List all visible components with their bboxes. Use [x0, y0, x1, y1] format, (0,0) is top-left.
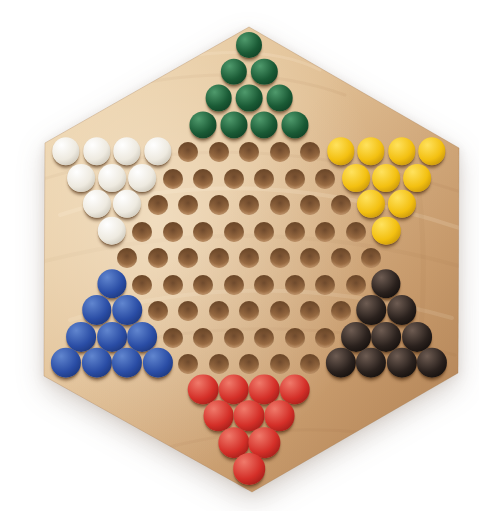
board-row-2: [49, 86, 449, 113]
marble-yellow[interactable]: [327, 137, 354, 164]
hole-r5-c7[interactable]: [280, 166, 311, 193]
hole-r11-c10[interactable]: [371, 325, 402, 352]
hole-r12-c3[interactable]: [142, 351, 173, 378]
hole-r8-c0[interactable]: [112, 245, 143, 272]
board-hole: [117, 248, 137, 268]
board-row-8: [49, 245, 449, 272]
marble-green[interactable]: [236, 32, 262, 58]
hole-r12-c6[interactable]: [234, 351, 265, 378]
hole-r4-c3[interactable]: [142, 139, 173, 166]
board-hole: [300, 354, 320, 374]
marble-blue[interactable]: [97, 322, 127, 352]
marble-blue[interactable]: [142, 348, 172, 378]
hole-r12-c4[interactable]: [173, 351, 204, 378]
hole-r3-c3[interactable]: [280, 113, 311, 140]
marble-green[interactable]: [220, 111, 247, 138]
board-hole: [331, 301, 351, 321]
board-hole: [361, 248, 381, 268]
hole-r11-c5[interactable]: [219, 325, 250, 352]
board-hole: [239, 354, 259, 374]
marble-yellow[interactable]: [357, 190, 385, 218]
hole-r9-c8[interactable]: [341, 272, 372, 299]
hole-r10-c3[interactable]: [173, 298, 204, 325]
hole-r4-c4[interactable]: [173, 139, 204, 166]
hole-r7-c2[interactable]: [158, 219, 189, 246]
hole-r6-c9[interactable]: [356, 192, 387, 219]
hole-r5-c5[interactable]: [219, 166, 250, 193]
hole-r7-c6[interactable]: [280, 219, 311, 246]
hole-r4-c0[interactable]: [51, 139, 82, 166]
hole-r9-c1[interactable]: [127, 272, 158, 299]
board-hole: [193, 275, 213, 295]
board-hole: [209, 195, 229, 215]
board-hole: [163, 275, 183, 295]
board-row-4: [49, 139, 449, 166]
hole-r6-c3[interactable]: [173, 192, 204, 219]
marble-black[interactable]: [356, 348, 386, 378]
marble-blue[interactable]: [97, 269, 126, 298]
hole-r7-c9[interactable]: [371, 219, 402, 246]
hole-r2-c1[interactable]: [234, 86, 265, 113]
board-hole: [254, 222, 274, 242]
board-hole: [315, 222, 335, 242]
hole-r12-c1[interactable]: [81, 351, 112, 378]
board-row-14: [49, 404, 449, 431]
marble-yellow[interactable]: [388, 137, 415, 164]
board-hole: [270, 354, 290, 374]
board-hole: [209, 354, 229, 374]
hole-r6-c1[interactable]: [112, 192, 143, 219]
hole-r12-c9[interactable]: [325, 351, 356, 378]
marble-yellow[interactable]: [342, 164, 370, 192]
hole-r2-c2[interactable]: [264, 86, 295, 113]
marble-green[interactable]: [205, 85, 232, 112]
hole-r9-c9[interactable]: [371, 272, 402, 299]
board-hole: [254, 169, 274, 189]
hole-r4-c2[interactable]: [112, 139, 143, 166]
board-hole: [148, 195, 168, 215]
board-hole: [209, 142, 229, 162]
hole-r10-c10[interactable]: [386, 298, 417, 325]
hole-r11-c1[interactable]: [97, 325, 128, 352]
hole-r5-c8[interactable]: [310, 166, 341, 193]
board-hole: [224, 169, 244, 189]
hole-r4-c7[interactable]: [264, 139, 295, 166]
board-hole: [300, 195, 320, 215]
hole-r8-c6[interactable]: [295, 245, 326, 272]
hole-r7-c0[interactable]: [97, 219, 128, 246]
hole-r4-c12[interactable]: [417, 139, 448, 166]
hole-r3-c2[interactable]: [249, 113, 280, 140]
hole-r9-c4[interactable]: [219, 272, 250, 299]
hole-r10-c4[interactable]: [203, 298, 234, 325]
board-hole: [285, 169, 305, 189]
board-hole: [254, 275, 274, 295]
board-row-9: [49, 272, 449, 299]
board-row-7: [49, 219, 449, 246]
marble-black[interactable]: [371, 322, 401, 352]
hole-r5-c11[interactable]: [402, 166, 433, 193]
hole-r9-c2[interactable]: [158, 272, 189, 299]
hole-r10-c2[interactable]: [142, 298, 173, 325]
board-hole: [209, 301, 229, 321]
marble-yellow[interactable]: [372, 164, 400, 192]
board-hole: [224, 275, 244, 295]
marble-white[interactable]: [82, 190, 110, 218]
board-hole: [270, 195, 290, 215]
marble-yellow[interactable]: [372, 216, 400, 244]
hole-r13-c3[interactable]: [280, 378, 311, 405]
hole-r11-c4[interactable]: [188, 325, 219, 352]
hole-r8-c3[interactable]: [203, 245, 234, 272]
hole-r10-c5[interactable]: [234, 298, 265, 325]
marble-blue[interactable]: [112, 295, 142, 325]
hole-r6-c10[interactable]: [386, 192, 417, 219]
board-hole: [178, 354, 198, 374]
board-hole: [193, 169, 213, 189]
marble-white[interactable]: [52, 137, 79, 164]
marble-yellow[interactable]: [418, 137, 445, 164]
hole-r0-c0[interactable]: [234, 33, 265, 60]
hole-r9-c0[interactable]: [97, 272, 128, 299]
marble-black[interactable]: [417, 348, 447, 378]
board-row-0: [49, 33, 449, 60]
board-hole: [315, 275, 335, 295]
hole-r12-c0[interactable]: [51, 351, 82, 378]
board-hole: [209, 248, 229, 268]
marble-blue[interactable]: [51, 348, 81, 378]
hole-r6-c7[interactable]: [295, 192, 326, 219]
marble-black[interactable]: [386, 348, 416, 378]
board-hole: [178, 248, 198, 268]
board-hole: [300, 301, 320, 321]
hole-r1-c0[interactable]: [219, 60, 250, 87]
marble-white[interactable]: [98, 216, 126, 244]
board-hole: [224, 222, 244, 242]
hole-r8-c4[interactable]: [234, 245, 265, 272]
board-hole: [178, 301, 198, 321]
hole-r4-c5[interactable]: [203, 139, 234, 166]
board-hole: [193, 222, 213, 242]
hole-r10-c9[interactable]: [356, 298, 387, 325]
board-hole: [132, 222, 152, 242]
marble-green[interactable]: [251, 59, 277, 85]
hole-r10-c8[interactable]: [325, 298, 356, 325]
hole-r11-c8[interactable]: [310, 325, 341, 352]
marble-blue[interactable]: [127, 322, 157, 352]
board-hole: [285, 328, 305, 348]
board-hole: [163, 169, 183, 189]
hole-r6-c5[interactable]: [234, 192, 265, 219]
hole-r10-c7[interactable]: [295, 298, 326, 325]
marble-blue[interactable]: [66, 322, 96, 352]
hole-r6-c8[interactable]: [325, 192, 356, 219]
hole-r11-c9[interactable]: [341, 325, 372, 352]
board-grid: [49, 33, 449, 484]
marble-green[interactable]: [281, 111, 308, 138]
marble-black[interactable]: [341, 322, 371, 352]
board-hole: [239, 142, 259, 162]
hole-r8-c1[interactable]: [142, 245, 173, 272]
marble-black[interactable]: [387, 295, 417, 325]
hole-r5-c1[interactable]: [97, 166, 128, 193]
board-hole: [178, 142, 198, 162]
hole-r11-c3[interactable]: [158, 325, 189, 352]
hole-r6-c6[interactable]: [264, 192, 295, 219]
marble-white[interactable]: [128, 164, 156, 192]
hole-r7-c8[interactable]: [341, 219, 372, 246]
hole-r11-c2[interactable]: [127, 325, 158, 352]
board-hole: [254, 328, 274, 348]
board-hole: [285, 275, 305, 295]
marble-green[interactable]: [251, 111, 278, 138]
hole-r8-c8[interactable]: [356, 245, 387, 272]
hole-r9-c6[interactable]: [280, 272, 311, 299]
board-hole: [239, 248, 259, 268]
hole-r11-c6[interactable]: [249, 325, 280, 352]
hole-r4-c6[interactable]: [234, 139, 265, 166]
board-hole: [148, 248, 168, 268]
marble-green[interactable]: [190, 111, 217, 138]
board-hole: [331, 248, 351, 268]
board-row-1: [49, 60, 449, 87]
hole-r12-c5[interactable]: [203, 351, 234, 378]
hole-r4-c10[interactable]: [356, 139, 387, 166]
board-hole: [132, 275, 152, 295]
board-row-16: [49, 457, 449, 484]
board-hole: [163, 222, 183, 242]
board-hole: [346, 222, 366, 242]
board-hole: [193, 328, 213, 348]
hole-r11-c0[interactable]: [66, 325, 97, 352]
hole-r4-c11[interactable]: [386, 139, 417, 166]
hole-r16-c0[interactable]: [234, 457, 265, 484]
hole-r7-c7[interactable]: [310, 219, 341, 246]
hole-r3-c0[interactable]: [188, 113, 219, 140]
hole-r8-c7[interactable]: [325, 245, 356, 272]
marble-blue[interactable]: [112, 348, 142, 378]
hole-r9-c5[interactable]: [249, 272, 280, 299]
hole-r10-c1[interactable]: [112, 298, 143, 325]
hole-r2-c0[interactable]: [203, 86, 234, 113]
board-hole: [331, 195, 351, 215]
board-row-5: [49, 166, 449, 193]
hole-r8-c5[interactable]: [264, 245, 295, 272]
hole-r6-c2[interactable]: [142, 192, 173, 219]
hole-r5-c0[interactable]: [66, 166, 97, 193]
board-hole: [270, 248, 290, 268]
hole-r10-c0[interactable]: [81, 298, 112, 325]
hole-r8-c2[interactable]: [173, 245, 204, 272]
hole-r5-c4[interactable]: [188, 166, 219, 193]
marble-green[interactable]: [266, 85, 293, 112]
hole-r12-c7[interactable]: [264, 351, 295, 378]
board-row-10: [49, 298, 449, 325]
board-row-6: [49, 192, 449, 219]
hole-r5-c2[interactable]: [127, 166, 158, 193]
hole-r7-c5[interactable]: [249, 219, 280, 246]
hole-r4-c1[interactable]: [81, 139, 112, 166]
marble-yellow[interactable]: [357, 137, 384, 164]
marble-yellow[interactable]: [403, 164, 431, 192]
hole-r5-c6[interactable]: [249, 166, 280, 193]
hole-r14-c2[interactable]: [264, 404, 295, 431]
hole-r7-c3[interactable]: [188, 219, 219, 246]
hole-r5-c10[interactable]: [371, 166, 402, 193]
marble-black[interactable]: [372, 269, 401, 298]
board-hole: [270, 142, 290, 162]
board-hole: [148, 301, 168, 321]
hole-r7-c1[interactable]: [127, 219, 158, 246]
board-hole: [178, 195, 198, 215]
board-row-12: [49, 351, 449, 378]
marble-white[interactable]: [113, 137, 140, 164]
hole-r3-c1[interactable]: [219, 113, 250, 140]
hole-r5-c9[interactable]: [341, 166, 372, 193]
hole-r11-c7[interactable]: [280, 325, 311, 352]
board-hole: [285, 222, 305, 242]
board-hole: [163, 328, 183, 348]
marble-red[interactable]: [233, 453, 265, 485]
board-row-3: [49, 113, 449, 140]
hole-r4-c9[interactable]: [325, 139, 356, 166]
marble-green[interactable]: [236, 85, 263, 112]
hole-r12-c11[interactable]: [386, 351, 417, 378]
board-hole: [315, 169, 335, 189]
hole-r11-c11[interactable]: [402, 325, 433, 352]
board-hole: [239, 301, 259, 321]
marble-yellow[interactable]: [387, 190, 415, 218]
photo-canvas: [0, 0, 479, 511]
marble-white[interactable]: [83, 137, 110, 164]
board-hole: [300, 142, 320, 162]
hole-r9-c3[interactable]: [188, 272, 219, 299]
board-hole: [239, 195, 259, 215]
hole-r12-c10[interactable]: [356, 351, 387, 378]
hole-r12-c12[interactable]: [417, 351, 448, 378]
hole-r12-c8[interactable]: [295, 351, 326, 378]
hole-r1-c1[interactable]: [249, 60, 280, 87]
board-hole: [224, 328, 244, 348]
marble-black[interactable]: [402, 322, 432, 352]
marble-white[interactable]: [67, 164, 95, 192]
marble-white[interactable]: [98, 164, 126, 192]
hole-r6-c0[interactable]: [81, 192, 112, 219]
board-hole: [346, 275, 366, 295]
board-row-11: [49, 325, 449, 352]
marble-blue[interactable]: [81, 348, 111, 378]
board-hole: [300, 248, 320, 268]
hole-r6-c4[interactable]: [203, 192, 234, 219]
hole-r10-c6[interactable]: [264, 298, 295, 325]
hole-r5-c3[interactable]: [158, 166, 189, 193]
hole-r4-c8[interactable]: [295, 139, 326, 166]
hole-r9-c7[interactable]: [310, 272, 341, 299]
board-hole: [270, 301, 290, 321]
marble-green[interactable]: [221, 59, 247, 85]
hole-r7-c4[interactable]: [219, 219, 250, 246]
board-hole: [315, 328, 335, 348]
marble-black[interactable]: [356, 295, 386, 325]
marble-blue[interactable]: [82, 295, 112, 325]
marble-black[interactable]: [325, 348, 355, 378]
marble-white[interactable]: [113, 190, 141, 218]
hole-r12-c2[interactable]: [112, 351, 143, 378]
marble-white[interactable]: [144, 137, 171, 164]
